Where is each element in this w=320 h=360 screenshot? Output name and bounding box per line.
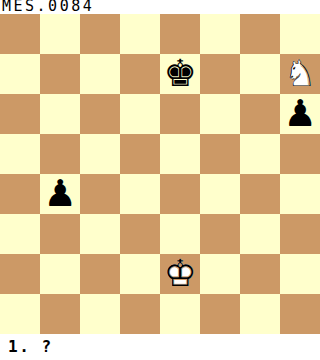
square-c7: [80, 54, 120, 94]
square-g3: [240, 214, 280, 254]
square-h3: [280, 214, 320, 254]
square-g4: [240, 174, 280, 214]
square-a7: [0, 54, 40, 94]
square-a5: [0, 134, 40, 174]
diagram-title: MES.0084: [2, 0, 94, 14]
square-c4: [80, 174, 120, 214]
chess-board: ♚♞♘♟♟♚♔: [0, 14, 320, 334]
move-prompt: 1. ?: [8, 337, 53, 357]
square-b4: ♟: [40, 174, 80, 214]
square-h6: ♟: [280, 94, 320, 134]
white-king-piece: ♔: [160, 254, 200, 294]
square-c3: [80, 214, 120, 254]
square-d8: [120, 14, 160, 54]
square-g6: [240, 94, 280, 134]
black-king-piece: ♚: [160, 54, 200, 94]
square-f8: [200, 14, 240, 54]
square-b1: [40, 294, 80, 334]
square-d6: [120, 94, 160, 134]
square-f1: [200, 294, 240, 334]
square-c6: [80, 94, 120, 134]
chess-diagram: MES.0084 ♚♞♘♟♟♚♔ 1. ?: [0, 0, 320, 360]
square-e2: ♚♔: [160, 254, 200, 294]
square-b8: [40, 14, 80, 54]
square-c8: [80, 14, 120, 54]
square-f4: [200, 174, 240, 214]
square-b2: [40, 254, 80, 294]
square-e6: [160, 94, 200, 134]
square-b6: [40, 94, 80, 134]
square-h8: [280, 14, 320, 54]
square-f5: [200, 134, 240, 174]
square-g2: [240, 254, 280, 294]
square-e4: [160, 174, 200, 214]
square-h1: [280, 294, 320, 334]
square-d3: [120, 214, 160, 254]
square-d4: [120, 174, 160, 214]
square-c2: [80, 254, 120, 294]
black-pawn-piece: ♟: [280, 94, 320, 134]
square-a1: [0, 294, 40, 334]
square-h2: [280, 254, 320, 294]
square-b3: [40, 214, 80, 254]
square-g5: [240, 134, 280, 174]
square-a8: [0, 14, 40, 54]
square-h5: [280, 134, 320, 174]
square-a6: [0, 94, 40, 134]
square-e1: [160, 294, 200, 334]
black-pawn-piece: ♟: [40, 174, 80, 214]
square-g7: [240, 54, 280, 94]
square-a3: [0, 214, 40, 254]
square-f7: [200, 54, 240, 94]
square-e3: [160, 214, 200, 254]
square-f3: [200, 214, 240, 254]
square-d7: [120, 54, 160, 94]
square-g1: [240, 294, 280, 334]
square-d5: [120, 134, 160, 174]
square-e7: ♚: [160, 54, 200, 94]
square-d1: [120, 294, 160, 334]
square-f6: [200, 94, 240, 134]
square-a2: [0, 254, 40, 294]
square-d2: [120, 254, 160, 294]
square-c5: [80, 134, 120, 174]
square-e8: [160, 14, 200, 54]
square-b7: [40, 54, 80, 94]
square-h7: ♞♘: [280, 54, 320, 94]
square-g8: [240, 14, 280, 54]
white-knight-piece: ♘: [280, 54, 320, 94]
square-b5: [40, 134, 80, 174]
square-h4: [280, 174, 320, 214]
square-f2: [200, 254, 240, 294]
square-e5: [160, 134, 200, 174]
square-a4: [0, 174, 40, 214]
square-c1: [80, 294, 120, 334]
